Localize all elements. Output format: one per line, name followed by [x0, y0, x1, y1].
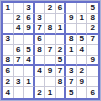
cell-r9c2[interactable]: [14, 87, 25, 98]
cell-r4c1[interactable]: 3: [3, 35, 14, 46]
cell-r6c6[interactable]: 5: [56, 56, 67, 67]
cell-r4c3[interactable]: [24, 35, 35, 46]
cell-r6c9[interactable]: 9: [87, 56, 98, 67]
cell-r7c4[interactable]: 4: [35, 66, 46, 77]
cell-r4c6[interactable]: [56, 35, 67, 46]
cell-r1c4[interactable]: [35, 3, 46, 14]
cell-r9c1[interactable]: 4: [3, 87, 14, 98]
cell-r7c1[interactable]: 6: [3, 66, 14, 77]
cell-r8c3[interactable]: 1: [24, 77, 35, 88]
cell-r9c4[interactable]: 2: [35, 87, 46, 98]
cell-r2c8[interactable]: 1: [77, 14, 88, 25]
cell-r3c8[interactable]: [77, 24, 88, 35]
cell-r9c8[interactable]: [77, 87, 88, 98]
cell-r3c7[interactable]: [66, 24, 77, 35]
cell-r3c5[interactable]: 8: [45, 24, 56, 35]
cell-r3c6[interactable]: 1: [56, 24, 67, 35]
cell-r7c6[interactable]: 7: [56, 66, 67, 77]
cell-r8c1[interactable]: 2: [3, 77, 14, 88]
cell-r1c8[interactable]: [77, 3, 88, 14]
cell-r9c3[interactable]: [24, 87, 35, 98]
cell-r3c4[interactable]: 7: [35, 24, 46, 35]
cell-r7c9[interactable]: [87, 66, 98, 77]
cell-r4c7[interactable]: 8: [66, 35, 77, 46]
cell-r7c8[interactable]: 2: [77, 66, 88, 77]
cell-r5c7[interactable]: 1: [66, 45, 77, 56]
cell-r3c3[interactable]: 9: [24, 24, 35, 35]
cell-r2c1[interactable]: [3, 14, 14, 25]
cell-r9c9[interactable]: 6: [87, 87, 98, 98]
cell-r9c6[interactable]: [56, 87, 67, 98]
cell-r8c8[interactable]: 9: [77, 77, 88, 88]
cell-r9c7[interactable]: 5: [66, 87, 77, 98]
cell-r8c7[interactable]: 7: [66, 77, 77, 88]
cell-r1c1[interactable]: 1: [3, 3, 14, 14]
cell-r5c4[interactable]: 8: [35, 45, 46, 56]
cell-r7c5[interactable]: 9: [45, 66, 56, 77]
cell-r8c2[interactable]: 3: [14, 77, 25, 88]
sudoku-board-frame: 1326526391849781236857658721487459649732…: [0, 0, 101, 101]
cell-r8c4[interactable]: [35, 77, 46, 88]
cell-r1c9[interactable]: 5: [87, 3, 98, 14]
cell-r2c7[interactable]: 9: [66, 14, 77, 25]
cell-r1c2[interactable]: [14, 3, 25, 14]
cell-r6c8[interactable]: [77, 56, 88, 67]
cell-r3c2[interactable]: 4: [14, 24, 25, 35]
cell-r1c3[interactable]: 3: [24, 3, 35, 14]
cell-r6c3[interactable]: 4: [24, 56, 35, 67]
cell-r6c5[interactable]: [45, 56, 56, 67]
cell-r6c2[interactable]: 7: [14, 56, 25, 67]
cell-r7c7[interactable]: 3: [66, 66, 77, 77]
cell-r4c9[interactable]: 7: [87, 35, 98, 46]
cell-r6c4[interactable]: [35, 56, 46, 67]
cell-r1c6[interactable]: 6: [56, 3, 67, 14]
cell-r8c5[interactable]: [45, 77, 56, 88]
cell-r4c4[interactable]: 6: [35, 35, 46, 46]
cell-r4c2[interactable]: [14, 35, 25, 46]
cell-r5c5[interactable]: 7: [45, 45, 56, 56]
cell-r8c9[interactable]: [87, 77, 98, 88]
cell-r6c1[interactable]: 8: [3, 56, 14, 67]
cell-r6c7[interactable]: [66, 56, 77, 67]
cell-r4c8[interactable]: 5: [77, 35, 88, 46]
cell-r5c8[interactable]: 4: [77, 45, 88, 56]
cell-r3c9[interactable]: 2: [87, 24, 98, 35]
cell-r9c5[interactable]: 1: [45, 87, 56, 98]
cell-r4c5[interactable]: [45, 35, 56, 46]
cell-r3c1[interactable]: [3, 24, 14, 35]
cell-r7c2[interactable]: [14, 66, 25, 77]
cell-r7c3[interactable]: [24, 66, 35, 77]
cell-r1c7[interactable]: [66, 3, 77, 14]
cell-r8c6[interactable]: 8: [56, 77, 67, 88]
sudoku-board: 1326526391849781236857658721487459649732…: [1, 1, 100, 100]
cell-r1c5[interactable]: 2: [45, 3, 56, 14]
